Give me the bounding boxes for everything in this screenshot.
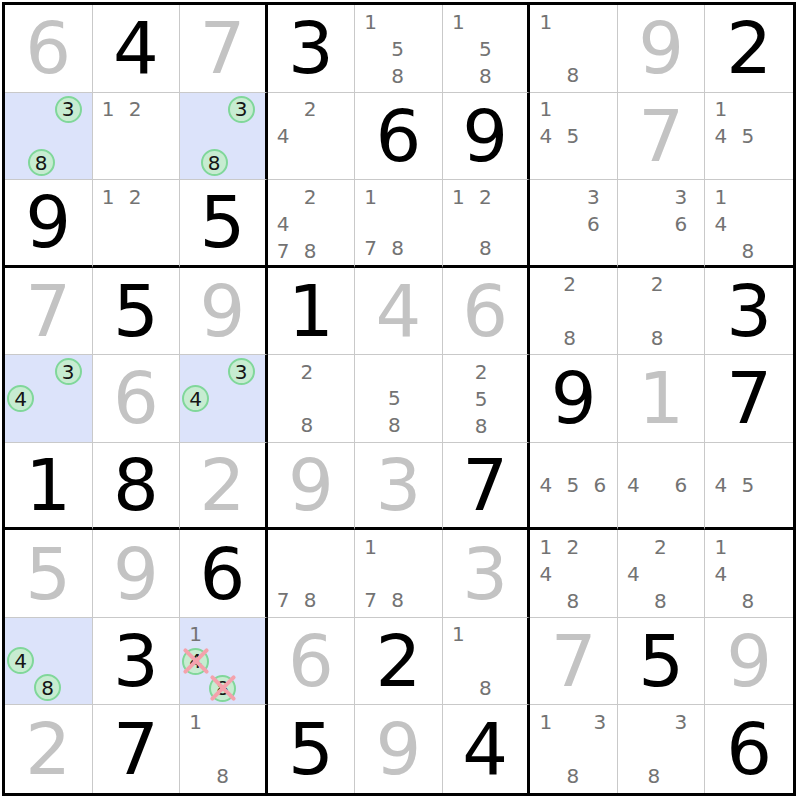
candidate-3-circled[interactable]: 3 xyxy=(55,358,82,385)
cell-r3c4[interactable]: 2478 xyxy=(268,180,356,268)
candidate-4[interactable]: 4 xyxy=(270,123,297,150)
candidate-slot-3: 3 xyxy=(667,183,694,210)
candidate-slot-3: 3 xyxy=(55,96,82,123)
cell-r4c7[interactable]: 28 xyxy=(530,268,618,356)
cell-r4c6[interactable]: 6 xyxy=(443,268,531,356)
candidate-8[interactable]: 8 xyxy=(472,674,499,701)
candidate-grid: 12 xyxy=(93,180,180,265)
candidate-8[interactable]: 8 xyxy=(640,763,667,790)
cell-r3c8[interactable]: 36 xyxy=(618,180,706,268)
candidate-8[interactable]: 8 xyxy=(384,587,411,614)
candidate-8[interactable]: 8 xyxy=(472,235,499,262)
candidate-slot-4: 4 xyxy=(532,472,559,499)
digit-9-given: 9 xyxy=(551,362,597,434)
candidate-2[interactable]: 2 xyxy=(556,271,583,298)
candidate-slot-6: 6 xyxy=(667,210,694,237)
candidate-4[interactable]: 4 xyxy=(707,123,734,150)
cell-r6c6[interactable]: 7 xyxy=(443,443,531,531)
cell-r7c6[interactable]: 3 xyxy=(443,530,531,618)
cell-r4c3[interactable]: 9 xyxy=(180,268,268,356)
digit-4-given: 4 xyxy=(462,713,508,785)
candidate-6[interactable]: 6 xyxy=(586,472,613,499)
candidate-3[interactable]: 3 xyxy=(667,709,694,736)
candidate-2[interactable]: 2 xyxy=(297,183,324,210)
candidate-1[interactable]: 1 xyxy=(95,96,122,123)
cell-r3c6[interactable]: 128 xyxy=(443,180,531,268)
digit-3-given: 3 xyxy=(113,625,159,697)
candidate-5[interactable]: 5 xyxy=(468,385,495,412)
candidate-8[interactable]: 8 xyxy=(647,587,674,614)
cell-r8c2[interactable]: 3 xyxy=(93,618,181,706)
candidate-slot-7: 7 xyxy=(357,235,384,262)
candidate-slot-5: 5 xyxy=(468,385,495,412)
cell-r3c3[interactable]: 5 xyxy=(180,180,268,268)
candidate-8[interactable]: 8 xyxy=(384,62,411,89)
candidate-grid: 24 xyxy=(268,93,355,180)
candidate-slot-1: 1 xyxy=(445,183,472,210)
candidate-grid: 46 xyxy=(618,443,705,528)
digit-2-solved: 2 xyxy=(25,713,71,785)
cell-r9c8[interactable]: 38 xyxy=(618,705,706,793)
cell-r3c2[interactable]: 12 xyxy=(93,180,181,268)
cell-r2c4[interactable]: 24 xyxy=(268,93,356,181)
cell-r4c8[interactable]: 28 xyxy=(618,268,706,356)
candidate-slot-5: 5 xyxy=(559,123,586,150)
candidate-slot-2: 2 xyxy=(644,271,671,298)
cell-r5c5[interactable]: 58 xyxy=(355,355,443,443)
candidate-6[interactable]: 6 xyxy=(580,210,607,237)
candidate-4[interactable]: 4 xyxy=(532,472,559,499)
candidate-1[interactable]: 1 xyxy=(707,96,734,123)
digit-6-given: 6 xyxy=(376,100,422,172)
cell-r8c6[interactable]: 18 xyxy=(443,618,531,706)
cell-r1c3[interactable]: 7 xyxy=(180,5,268,93)
candidate-slot-6: 6 xyxy=(667,472,694,499)
cell-r4c4[interactable]: 1 xyxy=(268,268,356,356)
candidate-1[interactable]: 1 xyxy=(357,183,384,210)
candidate-slot-5: 5 xyxy=(472,35,499,62)
candidate-1[interactable]: 1 xyxy=(532,709,559,736)
cell-r2c1[interactable]: 38 xyxy=(5,93,93,181)
candidate-slot-2: 2 xyxy=(468,358,495,385)
cell-r7c7[interactable]: 1248 xyxy=(530,530,618,618)
candidate-slot-8: 8 xyxy=(468,412,495,439)
candidate-8[interactable]: 8 xyxy=(209,763,236,790)
cell-r5c6[interactable]: 258 xyxy=(443,355,531,443)
candidate-slot-7: 7 xyxy=(270,587,297,614)
candidate-slot-8: 8 xyxy=(734,587,761,614)
candidate-slot-2: 2 xyxy=(122,183,149,210)
candidate-8-circled[interactable]: 8 xyxy=(34,674,61,701)
digit-7-given: 7 xyxy=(462,449,508,521)
candidate-2[interactable]: 2 xyxy=(647,533,674,560)
candidate-grid: 28 xyxy=(530,268,617,355)
candidate-2[interactable]: 2 xyxy=(122,183,149,210)
candidate-grid: 178 xyxy=(355,530,442,617)
candidate-grid: 18 xyxy=(443,618,528,705)
candidate-slot-8: 8 xyxy=(559,62,586,89)
candidate-8[interactable]: 8 xyxy=(559,587,586,614)
candidate-slot-4: 4 xyxy=(270,210,297,237)
candidate-5[interactable]: 5 xyxy=(472,35,499,62)
candidate-4-circled[interactable]: 4 xyxy=(7,385,34,412)
candidate-2[interactable]: 2 xyxy=(297,96,324,123)
cell-r3c1[interactable]: 9 xyxy=(5,180,93,268)
candidate-slot-2: 2 xyxy=(297,96,324,123)
candidate-5[interactable]: 5 xyxy=(381,385,408,412)
candidate-6[interactable]: 6 xyxy=(667,472,694,499)
cell-r5c8[interactable]: 1 xyxy=(618,355,706,443)
cell-r5c1[interactable]: 34 xyxy=(5,355,93,443)
digit-3-given: 3 xyxy=(726,275,772,347)
cell-r3c9[interactable]: 148 xyxy=(705,180,793,268)
candidate-7[interactable]: 7 xyxy=(270,237,297,264)
candidate-grid: 38 xyxy=(5,93,92,180)
candidate-3-circled[interactable]: 3 xyxy=(228,96,255,123)
cell-r9c9[interactable]: 6 xyxy=(705,705,793,793)
candidate-grid: 1248 xyxy=(530,530,617,617)
cell-r7c4[interactable]: 78 xyxy=(268,530,356,618)
cell-r6c4[interactable]: 9 xyxy=(268,443,356,531)
cell-r3c7[interactable]: 36 xyxy=(530,180,618,268)
candidate-2[interactable]: 2 xyxy=(468,358,495,385)
candidate-grid: 258 xyxy=(443,355,528,442)
candidate-7[interactable]: 7 xyxy=(270,587,297,614)
cell-r9c1[interactable]: 2 xyxy=(5,705,93,793)
candidate-4[interactable]: 4 xyxy=(707,560,734,587)
cell-r2c9[interactable]: 145 xyxy=(705,93,793,181)
candidate-slot-8: 8 xyxy=(297,587,324,614)
cell-r2c2[interactable]: 12 xyxy=(93,93,181,181)
cell-r9c3[interactable]: 18 xyxy=(180,705,268,793)
cell-r8c1[interactable]: 48 xyxy=(5,618,93,706)
digit-6-given: 6 xyxy=(199,538,245,610)
candidate-5[interactable]: 5 xyxy=(734,123,761,150)
cell-r7c5[interactable]: 178 xyxy=(355,530,443,618)
candidate-1[interactable]: 1 xyxy=(182,621,209,648)
candidate-1[interactable]: 1 xyxy=(182,709,209,736)
candidate-8[interactable]: 8 xyxy=(381,412,408,439)
candidate-slot-1: 1 xyxy=(95,96,122,123)
candidate-8[interactable]: 8 xyxy=(559,62,586,89)
candidate-2[interactable]: 2 xyxy=(472,183,499,210)
cell-r5c2[interactable]: 6 xyxy=(93,355,181,443)
candidate-1[interactable]: 1 xyxy=(357,533,384,560)
candidate-slot-1: 1 xyxy=(357,533,384,560)
candidate-slot-1: 1 xyxy=(95,183,122,210)
candidate-slot-1: 1 xyxy=(707,533,734,560)
cell-r9c5[interactable]: 9 xyxy=(355,705,443,793)
candidate-slot-8: 8 xyxy=(640,763,667,790)
digit-5-solved: 5 xyxy=(25,538,71,610)
candidate-slot-4: 4 xyxy=(532,560,559,587)
cell-r5c9[interactable]: 7 xyxy=(705,355,793,443)
candidate-5[interactable]: 5 xyxy=(559,472,586,499)
cell-r7c2[interactable]: 9 xyxy=(93,530,181,618)
digit-9-solved: 9 xyxy=(199,275,245,347)
candidate-slot-3: 3 xyxy=(580,183,607,210)
digit-7-given: 7 xyxy=(113,713,159,785)
cell-r6c8[interactable]: 46 xyxy=(618,443,706,531)
candidate-slot-4: 4 xyxy=(7,385,34,412)
candidate-slot-1: 1 xyxy=(357,183,384,210)
sudoku-board: 6473158158189238123824691457145912524781… xyxy=(2,2,796,796)
candidate-8[interactable]: 8 xyxy=(734,237,761,264)
cell-r5c4[interactable]: 28 xyxy=(268,355,356,443)
candidate-slot-5: 5 xyxy=(384,35,411,62)
digit-5-given: 5 xyxy=(638,625,684,697)
candidate-1[interactable]: 1 xyxy=(445,183,472,210)
cell-r6c1[interactable]: 1 xyxy=(5,443,93,531)
digit-6-solved: 6 xyxy=(25,12,71,84)
digit-4-solved: 4 xyxy=(376,275,422,347)
candidate-slot-8: 8 xyxy=(209,763,236,790)
candidate-slot-8: 8 xyxy=(384,62,411,89)
candidate-slot-3: 3 xyxy=(228,358,255,385)
candidate-2[interactable]: 2 xyxy=(293,358,320,385)
candidate-slot-7: 7 xyxy=(270,237,297,264)
candidate-slot-3: 3 xyxy=(55,358,82,385)
cell-r4c9[interactable]: 3 xyxy=(705,268,793,356)
candidate-slot-8: 8 xyxy=(472,674,499,701)
candidate-grid: 456 xyxy=(530,443,617,528)
cell-r7c1[interactable]: 5 xyxy=(5,530,93,618)
candidate-1[interactable]: 1 xyxy=(445,621,472,648)
candidate-3[interactable]: 3 xyxy=(667,183,694,210)
candidate-grid: 178 xyxy=(355,180,442,265)
cell-r6c9[interactable]: 45 xyxy=(705,443,793,531)
cell-r9c4[interactable]: 5 xyxy=(268,705,356,793)
candidate-4-circled-eliminated[interactable]: 4 xyxy=(182,648,209,675)
candidate-slot-4: 4 xyxy=(707,210,734,237)
candidate-slot-8: 8 xyxy=(472,62,499,89)
cell-r4c2[interactable]: 5 xyxy=(93,268,181,356)
candidate-8[interactable]: 8 xyxy=(297,587,324,614)
digit-6-solved: 6 xyxy=(113,362,159,434)
cell-r1c8[interactable]: 9 xyxy=(618,5,706,93)
candidate-7[interactable]: 7 xyxy=(357,587,384,614)
digit-9-solved: 9 xyxy=(376,713,422,785)
candidate-4[interactable]: 4 xyxy=(532,560,559,587)
candidate-1[interactable]: 1 xyxy=(95,183,122,210)
candidate-slot-4: 4 xyxy=(707,123,734,150)
digit-1-solved: 1 xyxy=(638,362,684,434)
candidate-4[interactable]: 4 xyxy=(707,210,734,237)
candidate-7[interactable]: 7 xyxy=(357,235,384,262)
candidate-8[interactable]: 8 xyxy=(468,412,495,439)
digit-7-solved: 7 xyxy=(638,100,684,172)
cell-r6c2[interactable]: 8 xyxy=(93,443,181,531)
candidate-1[interactable]: 1 xyxy=(532,96,559,123)
candidate-grid: 18 xyxy=(180,705,265,793)
candidate-grid: 28 xyxy=(618,268,705,355)
candidate-slot-4: 4 xyxy=(7,647,34,674)
cell-r7c3[interactable]: 6 xyxy=(180,530,268,618)
cell-r6c5[interactable]: 3 xyxy=(355,443,443,531)
cell-r1c6[interactable]: 158 xyxy=(443,5,531,93)
candidate-8[interactable]: 8 xyxy=(644,324,671,351)
cell-r5c7[interactable]: 9 xyxy=(530,355,618,443)
candidate-grid: 45 xyxy=(705,443,793,528)
cell-r7c9[interactable]: 148 xyxy=(705,530,793,618)
cell-r2c6[interactable]: 9 xyxy=(443,93,531,181)
cell-r4c1[interactable]: 7 xyxy=(5,268,93,356)
digit-2-given: 2 xyxy=(376,625,422,697)
candidate-1[interactable]: 1 xyxy=(445,8,472,35)
candidate-8-circled-eliminated[interactable]: 8 xyxy=(209,675,236,702)
cell-r1c5[interactable]: 158 xyxy=(355,5,443,93)
candidate-grid: 38 xyxy=(180,93,265,180)
candidate-2[interactable]: 2 xyxy=(122,96,149,123)
candidate-grid: 48 xyxy=(5,618,92,705)
cell-r6c7[interactable]: 456 xyxy=(530,443,618,531)
candidate-slot-3: 3 xyxy=(586,708,613,735)
candidate-slot-8: 8 xyxy=(384,587,411,614)
cell-r1c7[interactable]: 18 xyxy=(530,5,618,93)
candidate-3[interactable]: 3 xyxy=(586,709,613,736)
candidate-6[interactable]: 6 xyxy=(667,210,694,237)
cell-r2c3[interactable]: 38 xyxy=(180,93,268,181)
digit-9-solved: 9 xyxy=(288,449,334,521)
candidate-1[interactable]: 1 xyxy=(532,8,559,35)
cell-r8c8[interactable]: 5 xyxy=(618,618,706,706)
candidate-4[interactable]: 4 xyxy=(707,472,734,499)
candidate-slot-8: 8 xyxy=(28,149,55,176)
candidate-slot-1: 1 xyxy=(182,708,209,735)
candidate-5[interactable]: 5 xyxy=(559,123,586,150)
candidate-4[interactable]: 4 xyxy=(270,210,297,237)
candidate-grid: 34 xyxy=(180,355,265,442)
candidate-grid: 36 xyxy=(618,180,705,265)
candidate-grid: 2478 xyxy=(268,180,355,265)
candidate-5[interactable]: 5 xyxy=(384,35,411,62)
candidate-8[interactable]: 8 xyxy=(472,62,499,89)
digit-6-solved: 6 xyxy=(462,275,508,347)
cell-r1c2[interactable]: 4 xyxy=(93,5,181,93)
candidate-1[interactable]: 1 xyxy=(707,183,734,210)
candidate-4-circled[interactable]: 4 xyxy=(182,385,209,412)
cell-r3c5[interactable]: 178 xyxy=(355,180,443,268)
candidate-slot-8: 8 xyxy=(209,675,236,702)
cell-r7c8[interactable]: 248 xyxy=(618,530,706,618)
candidate-8[interactable]: 8 xyxy=(297,237,324,264)
candidate-8-circled[interactable]: 8 xyxy=(201,149,228,176)
candidate-slot-1: 1 xyxy=(182,621,209,648)
candidate-grid: 148 xyxy=(705,530,793,617)
cell-r8c5[interactable]: 2 xyxy=(355,618,443,706)
candidate-5[interactable]: 5 xyxy=(734,472,761,499)
candidate-3-circled[interactable]: 3 xyxy=(55,96,82,123)
candidate-slot-1: 1 xyxy=(707,183,734,210)
cell-r6c3[interactable]: 2 xyxy=(180,443,268,531)
candidate-slot-4: 4 xyxy=(707,472,734,499)
cell-r8c7[interactable]: 7 xyxy=(530,618,618,706)
candidate-2[interactable]: 2 xyxy=(559,533,586,560)
candidate-8[interactable]: 8 xyxy=(559,763,586,790)
cell-r2c8[interactable]: 7 xyxy=(618,93,706,181)
candidate-8-circled[interactable]: 8 xyxy=(28,149,55,176)
cell-r8c4[interactable]: 6 xyxy=(268,618,356,706)
cell-r5c3[interactable]: 34 xyxy=(180,355,268,443)
digit-9-solved: 9 xyxy=(726,625,772,697)
candidate-4-circled[interactable]: 4 xyxy=(7,647,34,674)
cell-r1c9[interactable]: 2 xyxy=(705,5,793,93)
candidate-slot-8: 8 xyxy=(644,324,671,351)
candidate-slot-1: 1 xyxy=(357,8,384,35)
candidate-1[interactable]: 1 xyxy=(357,8,384,35)
candidate-slot-4: 4 xyxy=(532,123,559,150)
cell-r9c6[interactable]: 4 xyxy=(443,705,531,793)
candidate-slot-5: 5 xyxy=(381,385,408,412)
cell-r4c5[interactable]: 4 xyxy=(355,268,443,356)
candidate-grid: 78 xyxy=(268,530,355,617)
cell-r1c4[interactable]: 3 xyxy=(268,5,356,93)
digit-4-given: 4 xyxy=(113,12,159,84)
candidate-8[interactable]: 8 xyxy=(556,324,583,351)
candidate-slot-2: 2 xyxy=(293,358,320,385)
candidate-slot-6: 6 xyxy=(586,472,613,499)
candidate-grid: 12 xyxy=(93,93,180,180)
candidate-4[interactable]: 4 xyxy=(620,560,647,587)
candidate-slot-8: 8 xyxy=(559,763,586,790)
digit-5-given: 5 xyxy=(199,186,245,258)
cell-r8c9[interactable]: 9 xyxy=(705,618,793,706)
candidate-8[interactable]: 8 xyxy=(734,587,761,614)
cell-r8c3[interactable]: 148 xyxy=(180,618,268,706)
digit-7-solved: 7 xyxy=(551,625,597,697)
candidate-slot-8: 8 xyxy=(384,235,411,262)
candidate-4[interactable]: 4 xyxy=(532,123,559,150)
candidate-slot-3: 3 xyxy=(667,708,694,735)
digit-2-solved: 2 xyxy=(199,449,245,521)
candidate-1[interactable]: 1 xyxy=(532,533,559,560)
candidate-8[interactable]: 8 xyxy=(384,235,411,262)
candidate-slot-4: 4 xyxy=(620,560,647,587)
candidate-slot-8: 8 xyxy=(201,149,228,176)
cell-r9c7[interactable]: 138 xyxy=(530,705,618,793)
digit-1-given: 1 xyxy=(288,275,334,347)
digit-3-given: 3 xyxy=(288,12,334,84)
candidate-grid: 58 xyxy=(355,355,442,442)
candidate-1[interactable]: 1 xyxy=(707,533,734,560)
cell-r2c7[interactable]: 145 xyxy=(530,93,618,181)
candidate-slot-1: 1 xyxy=(532,96,559,123)
digit-7-given: 7 xyxy=(726,362,772,434)
candidate-4[interactable]: 4 xyxy=(620,472,647,499)
cell-r1c1[interactable]: 6 xyxy=(5,5,93,93)
candidate-3-circled[interactable]: 3 xyxy=(228,358,255,385)
candidate-8[interactable]: 8 xyxy=(293,412,320,439)
candidate-grid: 145 xyxy=(705,93,793,180)
candidate-grid: 145 xyxy=(530,93,617,180)
cell-r9c2[interactable]: 7 xyxy=(93,705,181,793)
candidate-grid: 248 xyxy=(618,530,705,617)
candidate-slot-1: 1 xyxy=(532,8,559,35)
candidate-slot-5: 5 xyxy=(734,123,761,150)
candidate-slot-8: 8 xyxy=(297,237,324,264)
candidate-slot-2: 2 xyxy=(297,183,324,210)
candidate-slot-8: 8 xyxy=(556,324,583,351)
digit-6-given: 6 xyxy=(726,713,772,785)
candidate-slot-8: 8 xyxy=(381,412,408,439)
candidate-slot-8: 8 xyxy=(34,674,61,701)
candidate-3[interactable]: 3 xyxy=(580,183,607,210)
cell-r2c5[interactable]: 6 xyxy=(355,93,443,181)
digit-9-given: 9 xyxy=(25,186,71,258)
candidate-slot-8: 8 xyxy=(647,587,674,614)
digit-7-solved: 7 xyxy=(25,275,71,347)
candidate-2[interactable]: 2 xyxy=(644,271,671,298)
